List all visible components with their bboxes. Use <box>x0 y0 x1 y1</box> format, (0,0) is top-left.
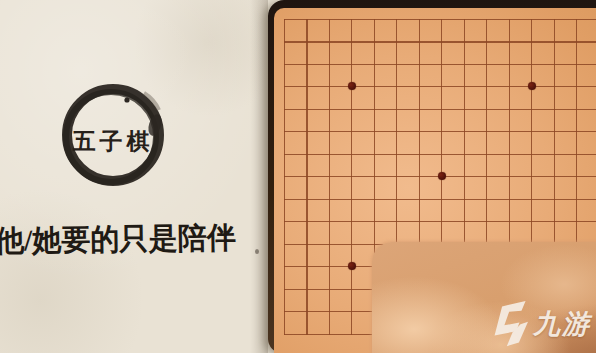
intersection[interactable] <box>340 52 363 75</box>
intersection[interactable] <box>520 97 543 120</box>
intersection[interactable] <box>588 120 596 143</box>
intersection[interactable] <box>498 165 521 188</box>
panel-edge-shadow <box>250 0 268 353</box>
intersection[interactable] <box>565 75 588 98</box>
intersection[interactable] <box>408 210 431 233</box>
intersection[interactable] <box>274 255 295 278</box>
intersection[interactable] <box>318 210 341 233</box>
intersection[interactable] <box>430 52 453 75</box>
intersection[interactable] <box>453 165 476 188</box>
intersection[interactable] <box>520 120 543 143</box>
intersection[interactable] <box>498 75 521 98</box>
intersection[interactable] <box>340 165 363 188</box>
intersection[interactable] <box>453 30 476 53</box>
intersection[interactable] <box>453 52 476 75</box>
intersection[interactable] <box>363 52 386 75</box>
intersection[interactable] <box>318 8 341 30</box>
intersection[interactable] <box>588 8 596 30</box>
intersection[interactable] <box>475 165 498 188</box>
watermark-text: 九游 <box>533 306 591 342</box>
intersection[interactable] <box>295 52 318 75</box>
intersection[interactable] <box>430 30 453 53</box>
intersection[interactable] <box>274 277 295 300</box>
intersection[interactable] <box>295 75 318 98</box>
slogan-text: 他/她要的只是陪伴 <box>0 217 272 262</box>
intersection[interactable] <box>543 75 566 98</box>
intersection[interactable] <box>430 165 453 188</box>
intersection[interactable] <box>274 322 295 345</box>
intersection[interactable] <box>340 120 363 143</box>
intersection[interactable] <box>430 97 453 120</box>
intersection[interactable] <box>565 142 588 165</box>
intersection[interactable] <box>363 187 386 210</box>
intersection[interactable] <box>475 210 498 233</box>
intersection[interactable] <box>408 187 431 210</box>
intersection[interactable] <box>318 187 341 210</box>
intersection[interactable] <box>363 142 386 165</box>
intersection[interactable] <box>475 8 498 30</box>
intersection[interactable] <box>498 142 521 165</box>
intersection[interactable] <box>408 30 431 53</box>
intersection[interactable] <box>318 75 341 98</box>
intersection[interactable] <box>363 8 386 30</box>
intersection[interactable] <box>363 210 386 233</box>
intersection[interactable] <box>340 97 363 120</box>
intersection[interactable] <box>385 30 408 53</box>
intersection[interactable] <box>363 165 386 188</box>
intersection[interactable] <box>318 322 341 345</box>
intersection[interactable] <box>318 97 341 120</box>
intersection[interactable] <box>543 30 566 53</box>
intersection[interactable] <box>295 97 318 120</box>
intersection[interactable] <box>430 187 453 210</box>
intersection[interactable] <box>363 97 386 120</box>
intersection[interactable] <box>520 8 543 30</box>
intersection[interactable] <box>385 120 408 143</box>
intersection[interactable] <box>475 30 498 53</box>
intersection[interactable] <box>520 30 543 53</box>
intersection[interactable] <box>565 187 588 210</box>
intersection[interactable] <box>340 75 363 98</box>
intersection[interactable] <box>453 75 476 98</box>
intersection[interactable] <box>430 210 453 233</box>
intersection[interactable] <box>340 232 363 255</box>
intersection[interactable] <box>588 75 596 98</box>
intersection[interactable] <box>498 210 521 233</box>
intersection[interactable] <box>318 30 341 53</box>
intersection[interactable] <box>408 8 431 30</box>
intersection[interactable] <box>385 75 408 98</box>
intersection[interactable] <box>295 187 318 210</box>
intersection[interactable] <box>543 97 566 120</box>
watermark: 九游 <box>490 300 591 348</box>
intersection[interactable] <box>520 75 543 98</box>
intersection[interactable] <box>520 187 543 210</box>
intersection[interactable] <box>498 52 521 75</box>
intersection[interactable] <box>565 8 588 30</box>
intersection[interactable] <box>565 52 588 75</box>
intersection[interactable] <box>295 210 318 233</box>
intersection[interactable] <box>295 165 318 188</box>
intersection[interactable] <box>475 75 498 98</box>
intersection[interactable] <box>318 300 341 323</box>
intersection[interactable] <box>430 8 453 30</box>
intersection[interactable] <box>430 120 453 143</box>
nine-game-logo-icon <box>488 299 531 350</box>
intersection[interactable] <box>295 255 318 278</box>
intersection[interactable] <box>498 30 521 53</box>
intersection[interactable] <box>318 165 341 188</box>
intersection[interactable] <box>340 30 363 53</box>
intersection[interactable] <box>453 210 476 233</box>
intersection[interactable] <box>408 165 431 188</box>
intersection[interactable] <box>543 52 566 75</box>
intersection[interactable] <box>543 165 566 188</box>
intersection[interactable] <box>453 8 476 30</box>
intersection[interactable] <box>295 322 318 345</box>
intersection[interactable] <box>385 142 408 165</box>
intersection[interactable] <box>588 52 596 75</box>
gomoku-board: 九游 <box>268 0 596 353</box>
intersection[interactable] <box>588 142 596 165</box>
intersection[interactable] <box>475 142 498 165</box>
intersection[interactable] <box>543 187 566 210</box>
intersection[interactable] <box>498 187 521 210</box>
intersection[interactable] <box>543 210 566 233</box>
intersection[interactable] <box>520 142 543 165</box>
intersection[interactable] <box>295 300 318 323</box>
intersection[interactable] <box>408 52 431 75</box>
intersection[interactable] <box>453 187 476 210</box>
intersection[interactable] <box>385 165 408 188</box>
intersection[interactable] <box>340 277 363 300</box>
left-panel: 五子棋 他/她要的只是陪伴 <box>0 0 268 353</box>
intersection[interactable] <box>588 187 596 210</box>
intersection[interactable] <box>498 8 521 30</box>
intersection[interactable] <box>588 30 596 53</box>
intersection[interactable] <box>274 8 295 30</box>
intersection[interactable] <box>274 142 295 165</box>
intersection[interactable] <box>340 8 363 30</box>
intersection[interactable] <box>295 232 318 255</box>
intersection[interactable] <box>408 75 431 98</box>
intersection[interactable] <box>318 255 341 278</box>
intersection[interactable] <box>274 52 295 75</box>
intersection[interactable] <box>318 142 341 165</box>
intersection[interactable] <box>340 255 363 278</box>
ink-circle-logo: 五子棋 <box>56 77 170 193</box>
intersection[interactable] <box>385 8 408 30</box>
intersection[interactable] <box>340 300 363 323</box>
intersection[interactable] <box>295 120 318 143</box>
intersection[interactable] <box>318 52 341 75</box>
intersection[interactable] <box>408 142 431 165</box>
intersection[interactable] <box>498 120 521 143</box>
intersection[interactable] <box>385 52 408 75</box>
intersection[interactable] <box>565 120 588 143</box>
intersection[interactable] <box>318 120 341 143</box>
intersection[interactable] <box>408 120 431 143</box>
intersection[interactable] <box>453 97 476 120</box>
intersection[interactable] <box>363 120 386 143</box>
intersection[interactable] <box>408 97 431 120</box>
intersection[interactable] <box>295 277 318 300</box>
intersection[interactable] <box>565 30 588 53</box>
intersection[interactable] <box>274 187 295 210</box>
intersection[interactable] <box>363 75 386 98</box>
intersection[interactable] <box>520 210 543 233</box>
intersection[interactable] <box>498 97 521 120</box>
intersection[interactable] <box>340 210 363 233</box>
intersection[interactable] <box>543 120 566 143</box>
intersection[interactable] <box>588 97 596 120</box>
intersection[interactable] <box>318 277 341 300</box>
intersection[interactable] <box>543 142 566 165</box>
intersection[interactable] <box>340 142 363 165</box>
intersection[interactable] <box>274 300 295 323</box>
intersection[interactable] <box>295 30 318 53</box>
intersection[interactable] <box>430 142 453 165</box>
intersection[interactable] <box>274 120 295 143</box>
intersection[interactable] <box>520 165 543 188</box>
intersection[interactable] <box>318 232 341 255</box>
intersection[interactable] <box>475 52 498 75</box>
intersection[interactable] <box>588 165 596 188</box>
intersection[interactable] <box>274 30 295 53</box>
intersection[interactable] <box>385 210 408 233</box>
intersection[interactable] <box>565 210 588 233</box>
intersection[interactable] <box>340 187 363 210</box>
intersection[interactable] <box>274 210 295 233</box>
intersection[interactable] <box>475 120 498 143</box>
intersection[interactable] <box>295 8 318 30</box>
intersection[interactable] <box>565 165 588 188</box>
intersection[interactable] <box>274 97 295 120</box>
intersection[interactable] <box>565 97 588 120</box>
intersection[interactable] <box>274 75 295 98</box>
intersection[interactable] <box>475 187 498 210</box>
intersection[interactable] <box>274 165 295 188</box>
intersection[interactable] <box>295 142 318 165</box>
intersection[interactable] <box>520 52 543 75</box>
intersection[interactable] <box>430 75 453 98</box>
app-window: 五子棋 他/她要的只是陪伴 九游 <box>0 0 596 353</box>
intersection[interactable] <box>363 30 386 53</box>
game-title: 五子棋 <box>56 126 170 157</box>
intersection[interactable] <box>274 232 295 255</box>
intersection[interactable] <box>588 210 596 233</box>
intersection[interactable] <box>453 142 476 165</box>
intersection[interactable] <box>475 97 498 120</box>
intersection[interactable] <box>453 120 476 143</box>
intersection[interactable] <box>385 187 408 210</box>
intersection[interactable] <box>543 8 566 30</box>
intersection[interactable] <box>340 322 363 345</box>
intersection[interactable] <box>385 97 408 120</box>
